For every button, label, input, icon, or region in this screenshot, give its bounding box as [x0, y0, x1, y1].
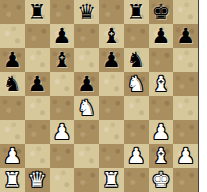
square-a1[interactable]: ♜ — [0, 168, 25, 192]
square-f6[interactable]: ♞ — [124, 48, 149, 72]
square-d6[interactable] — [74, 48, 99, 72]
square-b2[interactable] — [25, 144, 50, 168]
piece-black-pawn: ♟ — [0, 48, 25, 72]
square-d8[interactable]: ♛ — [74, 0, 99, 24]
piece-white-rook: ♜ — [0, 168, 25, 192]
square-g4[interactable] — [149, 96, 174, 120]
square-a2[interactable]: ♟ — [0, 144, 25, 168]
square-b6[interactable] — [25, 48, 50, 72]
square-c2[interactable] — [50, 144, 75, 168]
square-f1[interactable] — [124, 168, 149, 192]
piece-white-rook: ♜ — [99, 168, 124, 192]
piece-black-pawn: ♟ — [74, 72, 99, 96]
square-d3[interactable] — [74, 120, 99, 144]
square-h4[interactable] — [173, 96, 198, 120]
square-b8[interactable]: ♜ — [25, 0, 50, 24]
piece-black-pawn: ♟ — [50, 24, 75, 48]
square-a3[interactable] — [0, 120, 25, 144]
piece-black-pawn: ♟ — [99, 48, 124, 72]
square-b7[interactable] — [25, 24, 50, 48]
piece-black-knight: ♞ — [0, 72, 25, 96]
square-d7[interactable] — [74, 24, 99, 48]
piece-black-rook: ♜ — [25, 0, 50, 24]
square-f5[interactable]: ♞ — [124, 72, 149, 96]
square-c3[interactable]: ♟ — [50, 120, 75, 144]
piece-white-queen: ♛ — [25, 168, 50, 192]
piece-white-pawn: ♟ — [0, 144, 25, 168]
chess-board: ♜♛♜♚♟♝♟♟♟♝♟♞♞♟♟♞♝♞♟♟♟♟♝♟♜♛♜♚ — [0, 0, 199, 192]
piece-white-bishop: ♝ — [149, 72, 174, 96]
piece-black-pawn: ♟ — [173, 24, 198, 48]
piece-white-king: ♚ — [149, 168, 174, 192]
square-e6[interactable]: ♟ — [99, 48, 124, 72]
square-e2[interactable] — [99, 144, 124, 168]
square-e3[interactable] — [99, 120, 124, 144]
square-h7[interactable]: ♟ — [173, 24, 198, 48]
square-e4[interactable] — [99, 96, 124, 120]
square-d4[interactable]: ♞ — [74, 96, 99, 120]
square-f4[interactable] — [124, 96, 149, 120]
square-g3[interactable]: ♟ — [149, 120, 174, 144]
square-g7[interactable]: ♟ — [149, 24, 174, 48]
square-e8[interactable] — [99, 0, 124, 24]
square-g6[interactable] — [149, 48, 174, 72]
square-c7[interactable]: ♟ — [50, 24, 75, 48]
square-g8[interactable]: ♚ — [149, 0, 174, 24]
square-d1[interactable] — [74, 168, 99, 192]
piece-black-rook: ♜ — [124, 0, 149, 24]
square-h6[interactable] — [173, 48, 198, 72]
piece-white-pawn: ♟ — [50, 120, 75, 144]
piece-black-knight: ♞ — [124, 48, 149, 72]
piece-black-queen: ♛ — [74, 0, 99, 24]
square-c6[interactable]: ♝ — [50, 48, 75, 72]
piece-black-bishop: ♝ — [99, 24, 124, 48]
square-e7[interactable]: ♝ — [99, 24, 124, 48]
square-e5[interactable] — [99, 72, 124, 96]
piece-white-pawn: ♟ — [124, 144, 149, 168]
square-a8[interactable] — [0, 0, 25, 24]
piece-white-knight: ♞ — [124, 72, 149, 96]
square-b5[interactable]: ♟ — [25, 72, 50, 96]
square-d2[interactable] — [74, 144, 99, 168]
piece-white-knight: ♞ — [74, 96, 99, 120]
square-a7[interactable] — [0, 24, 25, 48]
square-c4[interactable] — [50, 96, 75, 120]
piece-black-pawn: ♟ — [149, 24, 174, 48]
square-h8[interactable] — [173, 0, 198, 24]
piece-white-bishop: ♝ — [149, 144, 174, 168]
square-a5[interactable]: ♞ — [0, 72, 25, 96]
square-g2[interactable]: ♝ — [149, 144, 174, 168]
square-f2[interactable]: ♟ — [124, 144, 149, 168]
piece-black-bishop: ♝ — [50, 48, 75, 72]
square-d5[interactable]: ♟ — [74, 72, 99, 96]
window-right-margin — [199, 0, 207, 192]
square-a4[interactable] — [0, 96, 25, 120]
square-b3[interactable] — [25, 120, 50, 144]
piece-black-king: ♚ — [149, 0, 174, 24]
square-c1[interactable] — [50, 168, 75, 192]
square-c8[interactable] — [50, 0, 75, 24]
chess-app-window: ♜♛♜♚♟♝♟♟♟♝♟♞♞♟♟♞♝♞♟♟♟♟♝♟♜♛♜♚ — [0, 0, 207, 192]
square-h1[interactable] — [173, 168, 198, 192]
square-h3[interactable] — [173, 120, 198, 144]
square-f8[interactable]: ♜ — [124, 0, 149, 24]
square-g5[interactable]: ♝ — [149, 72, 174, 96]
square-c5[interactable] — [50, 72, 75, 96]
square-a6[interactable]: ♟ — [0, 48, 25, 72]
square-b1[interactable]: ♛ — [25, 168, 50, 192]
piece-white-pawn: ♟ — [149, 120, 174, 144]
square-e1[interactable]: ♜ — [99, 168, 124, 192]
square-f3[interactable] — [124, 120, 149, 144]
square-f7[interactable] — [124, 24, 149, 48]
piece-white-pawn: ♟ — [173, 144, 198, 168]
piece-black-pawn: ♟ — [25, 72, 50, 96]
square-g1[interactable]: ♚ — [149, 168, 174, 192]
square-b4[interactable] — [25, 96, 50, 120]
square-h2[interactable]: ♟ — [173, 144, 198, 168]
square-h5[interactable] — [173, 72, 198, 96]
